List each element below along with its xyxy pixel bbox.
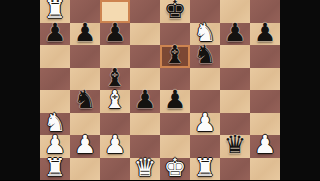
square-f4 — [190, 90, 220, 113]
letterbox-bar-right — [280, 0, 320, 180]
square-a7: ♟ — [40, 23, 70, 46]
white-queen-d1: ♛ — [130, 154, 160, 179]
square-b2: ♟ — [70, 135, 100, 158]
square-g2: ♛ — [220, 135, 250, 158]
square-e4: ♟ — [160, 90, 190, 113]
white-pawn-c2: ♟ — [100, 132, 130, 157]
square-b5 — [70, 68, 100, 91]
black-pawn-a7: ♟ — [40, 19, 70, 44]
square-b8 — [70, 0, 100, 23]
square-h5 — [250, 68, 280, 91]
black-bishop-c5: ♝ — [100, 64, 130, 89]
square-c7: ♟ — [100, 23, 130, 46]
square-g7: ♟ — [220, 23, 250, 46]
white-king-e1: ♚ — [160, 154, 190, 179]
square-c1 — [100, 158, 130, 181]
square-d4: ♟ — [130, 90, 160, 113]
square-g4 — [220, 90, 250, 113]
square-c4: ♝ — [100, 90, 130, 113]
white-bishop-c4: ♝ — [100, 87, 130, 112]
black-queen-g2: ♛ — [220, 132, 250, 157]
square-e2 — [160, 135, 190, 158]
square-h4 — [250, 90, 280, 113]
black-bishop-e6: ♝ — [160, 42, 190, 67]
black-pawn-d4: ♟ — [130, 87, 160, 112]
square-f3: ♟ — [190, 113, 220, 136]
square-e6: ♝ — [160, 45, 190, 68]
square-f7: ♞ — [190, 23, 220, 46]
square-g8 — [220, 0, 250, 23]
square-f8 — [190, 0, 220, 23]
letterbox-bar-left — [0, 0, 40, 180]
square-e7 — [160, 23, 190, 46]
square-b7: ♟ — [70, 23, 100, 46]
square-b1 — [70, 158, 100, 181]
square-f1: ♜ — [190, 158, 220, 181]
white-pawn-h2: ♟ — [250, 132, 280, 157]
square-c3 — [100, 113, 130, 136]
square-a8: ♜ — [40, 0, 70, 23]
square-d7 — [130, 23, 160, 46]
square-e3 — [160, 113, 190, 136]
black-pawn-b7: ♟ — [70, 19, 100, 44]
square-b6 — [70, 45, 100, 68]
black-pawn-e4: ♟ — [160, 87, 190, 112]
square-a5 — [40, 68, 70, 91]
square-f2 — [190, 135, 220, 158]
square-d5 — [130, 68, 160, 91]
square-d2 — [130, 135, 160, 158]
square-a6 — [40, 45, 70, 68]
square-c8 — [100, 0, 130, 23]
square-b3 — [70, 113, 100, 136]
white-rook-a1: ♜ — [40, 154, 70, 179]
square-h6 — [250, 45, 280, 68]
square-d1: ♛ — [130, 158, 160, 181]
square-h8 — [250, 0, 280, 23]
square-e8: ♚ — [160, 0, 190, 23]
square-e1: ♚ — [160, 158, 190, 181]
square-g1 — [220, 158, 250, 181]
square-c5: ♝ — [100, 68, 130, 91]
white-rook-f1: ♜ — [190, 154, 220, 179]
square-h7: ♟ — [250, 23, 280, 46]
square-h1 — [250, 158, 280, 181]
white-pawn-b2: ♟ — [70, 132, 100, 157]
square-a4 — [40, 90, 70, 113]
black-knight-f6: ♞ — [190, 42, 220, 67]
square-g5 — [220, 68, 250, 91]
black-pawn-g7: ♟ — [220, 19, 250, 44]
square-d3 — [130, 113, 160, 136]
chess-board: ♜♚♟♟♟♞♟♟♝♞♝♞♝♟♟♞♟♟♟♟♛♟♜♛♚♜ — [40, 0, 280, 180]
square-a3: ♞ — [40, 113, 70, 136]
square-h2: ♟ — [250, 135, 280, 158]
square-c2: ♟ — [100, 135, 130, 158]
black-knight-b4: ♞ — [70, 87, 100, 112]
black-pawn-c7: ♟ — [100, 19, 130, 44]
white-rook-a8: ♜ — [40, 0, 70, 22]
square-a2: ♟ — [40, 135, 70, 158]
square-g6 — [220, 45, 250, 68]
black-king-e8: ♚ — [160, 0, 190, 22]
square-f5 — [190, 68, 220, 91]
square-g3 — [220, 113, 250, 136]
square-h3 — [250, 113, 280, 136]
square-d6 — [130, 45, 160, 68]
square-e5 — [160, 68, 190, 91]
white-knight-f7: ♞ — [190, 19, 220, 44]
square-b4: ♞ — [70, 90, 100, 113]
white-knight-a3: ♞ — [40, 109, 70, 134]
square-f6: ♞ — [190, 45, 220, 68]
black-pawn-h7: ♟ — [250, 19, 280, 44]
white-pawn-f3: ♟ — [190, 109, 220, 134]
video-frame[interactable]: ♜♚♟♟♟♞♟♟♝♞♝♞♝♟♟♞♟♟♟♟♛♟♜♛♚♜ — [0, 0, 320, 180]
square-a1: ♜ — [40, 158, 70, 181]
square-d8 — [130, 0, 160, 23]
square-c6 — [100, 45, 130, 68]
white-pawn-a2: ♟ — [40, 132, 70, 157]
